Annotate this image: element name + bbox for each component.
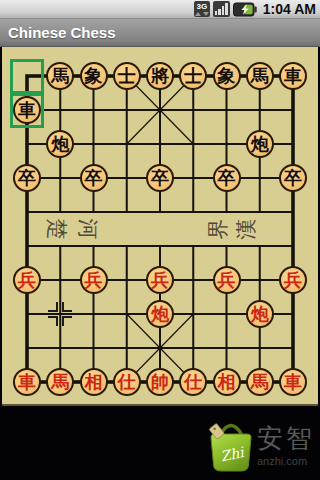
anzhi-bag-icon: Zhi (208, 418, 254, 474)
piece-red-chariot[interactable]: 車 (279, 368, 307, 396)
battery-charging-icon (233, 1, 257, 17)
piece-red-soldier[interactable]: 兵 (13, 266, 41, 294)
anzhi-domain-text: anzhi.com (257, 455, 319, 467)
piece-red-cannon[interactable]: 炮 (146, 300, 174, 328)
title-bar: Chinese Chess (0, 19, 320, 47)
3g-data-icon: 3G (194, 1, 210, 17)
piece-black-soldier[interactable]: 卒 (146, 164, 174, 192)
piece-red-advisor[interactable]: 仕 (113, 368, 141, 396)
river-label-he: 河 (76, 217, 100, 241)
piece-black-elephant[interactable]: 象 (213, 62, 241, 90)
last-move-highlight (10, 59, 44, 94)
piece-black-chariot[interactable]: 車 (13, 96, 41, 124)
piece-black-horse[interactable]: 馬 (246, 62, 274, 90)
3g-label: 3G (196, 3, 207, 11)
data-arrows-icon (195, 12, 209, 16)
xiangqi-board[interactable]: 楚 河 界 漢 馬象士將士象馬車車炮炮卒卒卒卒卒兵兵兵兵兵炮炮車馬相仕帥仕相馬車 (2, 47, 318, 406)
piece-black-soldier[interactable]: 卒 (213, 164, 241, 192)
piece-red-horse[interactable]: 馬 (246, 368, 274, 396)
piece-black-general[interactable]: 將 (146, 62, 174, 90)
status-bar: 3G 1:04 AM (0, 0, 320, 19)
selection-cursor-icon (48, 302, 72, 326)
river-label-jie: 界 (206, 217, 230, 241)
phone-screen: 3G 1:04 AM Chinese Chess 楚 河 界 漢 馬象士將士象馬… (0, 0, 320, 480)
piece-black-soldier[interactable]: 卒 (13, 164, 41, 192)
anzhi-ad-link[interactable]: Zhi 安智 anzhi.com (205, 414, 320, 478)
anzhi-brand-text: 安智 (257, 424, 319, 452)
app-title: Chinese Chess (0, 24, 116, 41)
piece-red-cannon[interactable]: 炮 (246, 300, 274, 328)
piece-red-elephant[interactable]: 相 (213, 368, 241, 396)
piece-red-general[interactable]: 帥 (146, 368, 174, 396)
piece-black-elephant[interactable]: 象 (80, 62, 108, 90)
piece-black-chariot[interactable]: 車 (279, 62, 307, 90)
piece-black-soldier[interactable]: 卒 (80, 164, 108, 192)
piece-red-chariot[interactable]: 車 (13, 368, 41, 396)
piece-red-soldier[interactable]: 兵 (213, 266, 241, 294)
river-label-chu: 楚 (45, 217, 69, 241)
piece-black-cannon[interactable]: 炮 (246, 130, 274, 158)
clock: 1:04 AM (263, 1, 316, 17)
piece-red-soldier[interactable]: 兵 (279, 266, 307, 294)
piece-red-elephant[interactable]: 相 (80, 368, 108, 396)
piece-red-soldier[interactable]: 兵 (146, 266, 174, 294)
piece-black-advisor[interactable]: 士 (113, 62, 141, 90)
signal-strength-icon (213, 1, 230, 17)
piece-red-soldier[interactable]: 兵 (80, 266, 108, 294)
river-label-han: 漢 (234, 217, 258, 241)
piece-black-soldier[interactable]: 卒 (279, 164, 307, 192)
